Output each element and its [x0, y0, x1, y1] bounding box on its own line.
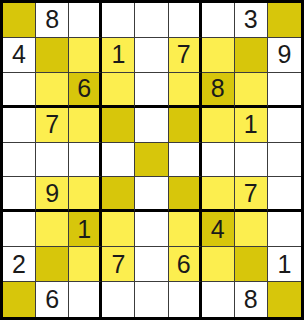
given-digit: 8 — [45, 7, 59, 32]
cell-r1c3[interactable] — [69, 3, 102, 38]
given-digit: 7 — [45, 112, 59, 137]
given-digit: 7 — [177, 42, 191, 67]
cell-r8c4[interactable]: 7 — [102, 247, 135, 282]
cell-r6c4[interactable] — [102, 177, 135, 212]
cell-r2c5[interactable] — [135, 38, 168, 73]
cell-r8c6[interactable]: 6 — [169, 247, 202, 282]
sudoku-board: 83417968719714276168 — [0, 0, 304, 320]
given-digit: 6 — [45, 287, 59, 312]
cell-r7c4[interactable] — [102, 212, 135, 247]
cell-r6c7[interactable] — [202, 177, 235, 212]
cell-r3c7[interactable]: 8 — [202, 73, 235, 108]
cell-r2c1[interactable]: 4 — [3, 38, 36, 73]
cell-r1c9[interactable] — [268, 3, 301, 38]
cell-r6c6[interactable] — [169, 177, 202, 212]
cell-r5c5[interactable] — [135, 143, 168, 178]
cell-r9c2[interactable]: 6 — [36, 282, 69, 317]
cell-r1c7[interactable] — [202, 3, 235, 38]
given-digit: 7 — [111, 252, 125, 277]
given-digit: 1 — [77, 217, 91, 242]
cell-r6c1[interactable] — [3, 177, 36, 212]
cell-r6c8[interactable]: 7 — [235, 177, 268, 212]
cell-r4c3[interactable] — [69, 108, 102, 143]
cell-r9c3[interactable] — [69, 282, 102, 317]
cell-r8c7[interactable] — [202, 247, 235, 282]
cell-r7c1[interactable] — [3, 212, 36, 247]
cell-r8c5[interactable] — [135, 247, 168, 282]
cell-r9c6[interactable] — [169, 282, 202, 317]
cell-r8c9[interactable]: 1 — [268, 247, 301, 282]
given-digit: 9 — [45, 181, 59, 206]
cell-r6c5[interactable] — [135, 177, 168, 212]
given-digit: 6 — [77, 76, 91, 101]
cell-r1c6[interactable] — [169, 3, 202, 38]
cell-r2c4[interactable]: 1 — [102, 38, 135, 73]
cell-r7c7[interactable]: 4 — [202, 212, 235, 247]
cell-r1c1[interactable] — [3, 3, 36, 38]
cell-r5c9[interactable] — [268, 143, 301, 178]
cell-r4c2[interactable]: 7 — [36, 108, 69, 143]
cell-r5c3[interactable] — [69, 143, 102, 178]
cell-r3c2[interactable] — [36, 73, 69, 108]
cell-r4c6[interactable] — [169, 108, 202, 143]
cell-r7c3[interactable]: 1 — [69, 212, 102, 247]
cell-r3c8[interactable] — [235, 73, 268, 108]
given-digit: 1 — [111, 42, 125, 67]
cell-r4c7[interactable] — [202, 108, 235, 143]
cell-r7c5[interactable] — [135, 212, 168, 247]
given-digit: 3 — [244, 7, 258, 32]
given-digit: 1 — [244, 112, 258, 137]
cell-r3c6[interactable] — [169, 73, 202, 108]
cell-r8c2[interactable] — [36, 247, 69, 282]
cell-r9c8[interactable]: 8 — [235, 282, 268, 317]
cell-r9c9[interactable] — [268, 282, 301, 317]
cell-r5c1[interactable] — [3, 143, 36, 178]
cell-r5c4[interactable] — [102, 143, 135, 178]
cell-r1c2[interactable]: 8 — [36, 3, 69, 38]
cell-r1c4[interactable] — [102, 3, 135, 38]
cell-r2c7[interactable] — [202, 38, 235, 73]
cell-r2c8[interactable] — [235, 38, 268, 73]
cell-r9c5[interactable] — [135, 282, 168, 317]
cell-r7c9[interactable] — [268, 212, 301, 247]
given-digit: 4 — [211, 217, 225, 242]
cell-r4c5[interactable] — [135, 108, 168, 143]
cell-r4c1[interactable] — [3, 108, 36, 143]
cell-r3c1[interactable] — [3, 73, 36, 108]
cell-r4c8[interactable]: 1 — [235, 108, 268, 143]
cell-r2c3[interactable] — [69, 38, 102, 73]
cell-r5c7[interactable] — [202, 143, 235, 178]
given-digit: 2 — [12, 252, 26, 277]
cell-r8c1[interactable]: 2 — [3, 247, 36, 282]
cell-r8c8[interactable] — [235, 247, 268, 282]
cell-r7c8[interactable] — [235, 212, 268, 247]
cell-r4c4[interactable] — [102, 108, 135, 143]
cell-r3c4[interactable] — [102, 73, 135, 108]
cell-r9c4[interactable] — [102, 282, 135, 317]
cell-r1c5[interactable] — [135, 3, 168, 38]
given-digit: 7 — [244, 181, 258, 206]
cell-r3c3[interactable]: 6 — [69, 73, 102, 108]
cell-r3c9[interactable] — [268, 73, 301, 108]
cell-r9c7[interactable] — [202, 282, 235, 317]
cell-r2c2[interactable] — [36, 38, 69, 73]
cell-r4c9[interactable] — [268, 108, 301, 143]
cell-r7c6[interactable] — [169, 212, 202, 247]
cell-r8c3[interactable] — [69, 247, 102, 282]
cell-r2c9[interactable]: 9 — [268, 38, 301, 73]
cell-r5c2[interactable] — [36, 143, 69, 178]
given-digit: 4 — [12, 42, 26, 67]
given-digit: 8 — [244, 287, 258, 312]
cell-r9c1[interactable] — [3, 282, 36, 317]
cell-r1c8[interactable]: 3 — [235, 3, 268, 38]
cell-r6c2[interactable]: 9 — [36, 177, 69, 212]
cell-r6c9[interactable] — [268, 177, 301, 212]
cell-r5c6[interactable] — [169, 143, 202, 178]
cell-r2c6[interactable]: 7 — [169, 38, 202, 73]
given-digit: 6 — [177, 252, 191, 277]
cell-r7c2[interactable] — [36, 212, 69, 247]
given-digit: 8 — [211, 76, 225, 101]
cell-r6c3[interactable] — [69, 177, 102, 212]
cell-r3c5[interactable] — [135, 73, 168, 108]
cell-r5c8[interactable] — [235, 143, 268, 178]
given-digit: 1 — [277, 252, 291, 277]
given-digit: 9 — [277, 42, 291, 67]
